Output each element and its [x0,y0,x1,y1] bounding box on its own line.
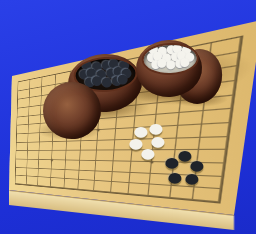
white-bowl-opening: ●●●●●●●●●●●●●●●● [141,42,199,76]
board-cell[interactable] [112,161,131,172]
board-cell[interactable] [51,178,65,188]
go-set-photo: ●●●●●●●●●●●●●●●● ●●●●●●●●●●●●●●●● ●●●●●●… [0,0,256,234]
board-cell[interactable] [16,142,28,151]
board-cell[interactable] [113,151,133,162]
board-cell[interactable] [27,151,39,160]
board-cell[interactable] [38,177,51,187]
board-cell[interactable] [15,176,26,185]
board-cell[interactable] [78,180,94,191]
board-cell[interactable] [193,188,220,203]
black-stone-in-bowl: ● [118,73,129,84]
board-cell[interactable] [80,151,97,161]
board-cell[interactable] [97,140,115,151]
board-cell[interactable] [111,182,130,194]
board-cell[interactable] [16,151,27,160]
board-cell[interactable] [40,142,53,151]
board-cell[interactable] [52,151,66,160]
board-cell[interactable] [95,161,113,172]
board-cell[interactable] [81,140,98,150]
board-cell[interactable] [131,162,152,174]
black-stone[interactable]: ● [168,171,182,182]
white-stone-in-bowl: ● [180,56,190,66]
board-cell[interactable] [17,134,29,143]
board-cell[interactable] [28,142,40,151]
black-stone[interactable]: ● [185,172,199,183]
black-stone[interactable]: ● [165,156,179,167]
board-cell[interactable] [52,141,66,151]
board-cell[interactable] [176,125,202,139]
board-cell[interactable] [129,183,150,195]
board-cell[interactable] [64,179,79,190]
board-cell[interactable] [170,186,195,200]
board-cell[interactable] [66,141,81,151]
board-cell[interactable] [201,123,230,137]
white-stone[interactable]: ● [141,147,155,158]
board-cell[interactable] [66,151,81,161]
board-cell[interactable] [96,151,114,162]
board-cell[interactable] [199,137,228,151]
board-cell[interactable] [149,185,172,198]
board-cell[interactable] [94,181,112,192]
board-cell[interactable] [26,176,38,185]
